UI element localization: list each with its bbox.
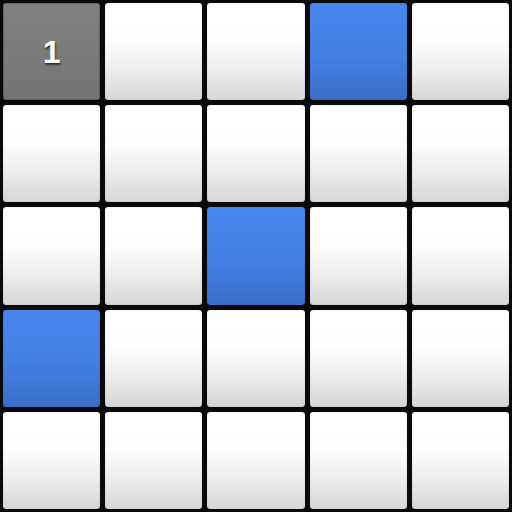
tile-r1-c3-blank[interactable] [310, 105, 407, 202]
memory-grid-board: 1 [0, 0, 512, 512]
tile-r1-c2-blank[interactable] [207, 105, 304, 202]
tile-r3-c0-blue[interactable] [3, 310, 100, 407]
tile-r3-c4-blank[interactable] [412, 310, 509, 407]
tile-r0-c2-blank[interactable] [207, 3, 304, 100]
tile-r2-c0-blank[interactable] [3, 207, 100, 304]
tile-r0-c3-blue[interactable] [310, 3, 407, 100]
tile-r0-c1-blank[interactable] [105, 3, 202, 100]
tile-r1-c1-blank[interactable] [105, 105, 202, 202]
tile-r2-c2-blue[interactable] [207, 207, 304, 304]
tile-r3-c2-blank[interactable] [207, 310, 304, 407]
tile-r2-c4-blank[interactable] [412, 207, 509, 304]
tile-r0-c4-blank[interactable] [412, 3, 509, 100]
tile-r2-c3-blank[interactable] [310, 207, 407, 304]
tile-r1-c4-blank[interactable] [412, 105, 509, 202]
tile-r3-c3-blank[interactable] [310, 310, 407, 407]
tile-r1-c0-blank[interactable] [3, 105, 100, 202]
tile-r4-c0-blank[interactable] [3, 412, 100, 509]
tile-r4-c1-blank[interactable] [105, 412, 202, 509]
tile-number-label: 1 [43, 36, 61, 68]
tile-r0-c0-number[interactable]: 1 [3, 3, 100, 100]
tile-r3-c1-blank[interactable] [105, 310, 202, 407]
tile-r4-c3-blank[interactable] [310, 412, 407, 509]
tile-r2-c1-blank[interactable] [105, 207, 202, 304]
tile-r4-c4-blank[interactable] [412, 412, 509, 509]
tile-r4-c2-blank[interactable] [207, 412, 304, 509]
